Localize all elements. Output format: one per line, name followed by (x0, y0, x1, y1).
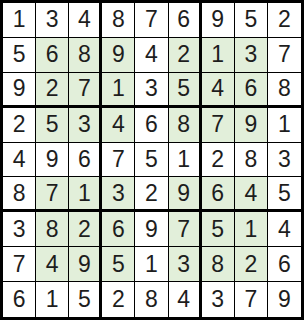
cell-r4c1: 2 (3, 108, 36, 143)
cell-r9c9: 9 (268, 282, 301, 317)
cell-r6c6: 9 (169, 177, 202, 212)
cell-r4c4: 4 (102, 108, 135, 143)
cell-r4c7: 7 (202, 108, 235, 143)
cell-r2c1: 5 (3, 38, 36, 73)
cell-r7c6: 7 (169, 212, 202, 247)
cell-r4c5: 6 (135, 108, 168, 143)
cell-r3c1: 9 (3, 73, 36, 108)
cell-r9c3: 5 (69, 282, 102, 317)
cell-r5c7: 2 (202, 143, 235, 178)
cell-r2c3: 8 (69, 38, 102, 73)
cell-r1c5: 7 (135, 3, 168, 38)
cell-r7c9: 4 (268, 212, 301, 247)
cell-r3c5: 3 (135, 73, 168, 108)
cell-r4c8: 9 (235, 108, 268, 143)
cell-r2c8: 3 (235, 38, 268, 73)
cell-r3c9: 8 (268, 73, 301, 108)
cell-r9c6: 4 (169, 282, 202, 317)
cell-r6c5: 2 (135, 177, 168, 212)
cell-r6c7: 6 (202, 177, 235, 212)
cell-r8c7: 8 (202, 247, 235, 282)
cell-r8c5: 1 (135, 247, 168, 282)
cell-r7c2: 8 (36, 212, 69, 247)
cell-r1c9: 2 (268, 3, 301, 38)
cell-r6c4: 3 (102, 177, 135, 212)
cell-r9c7: 3 (202, 282, 235, 317)
cell-r1c2: 3 (36, 3, 69, 38)
cell-r6c9: 5 (268, 177, 301, 212)
cell-r1c6: 6 (169, 3, 202, 38)
cell-r9c5: 8 (135, 282, 168, 317)
cell-r1c4: 8 (102, 3, 135, 38)
cell-r7c8: 1 (235, 212, 268, 247)
cell-r6c2: 7 (36, 177, 69, 212)
cell-r7c4: 6 (102, 212, 135, 247)
cell-r5c9: 3 (268, 143, 301, 178)
cell-r1c3: 4 (69, 3, 102, 38)
cell-r2c9: 7 (268, 38, 301, 73)
cell-r4c6: 8 (169, 108, 202, 143)
cell-r8c1: 7 (3, 247, 36, 282)
cell-r8c6: 3 (169, 247, 202, 282)
cell-r5c1: 4 (3, 143, 36, 178)
cell-r5c5: 5 (135, 143, 168, 178)
cell-r8c9: 6 (268, 247, 301, 282)
cell-r9c2: 1 (36, 282, 69, 317)
cell-r2c5: 4 (135, 38, 168, 73)
cell-r4c9: 1 (268, 108, 301, 143)
cell-r7c7: 5 (202, 212, 235, 247)
cell-r8c3: 9 (69, 247, 102, 282)
cell-r7c3: 2 (69, 212, 102, 247)
cell-r5c4: 7 (102, 143, 135, 178)
cell-r9c1: 6 (3, 282, 36, 317)
cell-r4c3: 3 (69, 108, 102, 143)
cell-r5c8: 8 (235, 143, 268, 178)
cell-r8c2: 4 (36, 247, 69, 282)
cell-r2c2: 6 (36, 38, 69, 73)
cell-r1c1: 1 (3, 3, 36, 38)
cell-r1c7: 9 (202, 3, 235, 38)
cell-r3c8: 6 (235, 73, 268, 108)
cell-r3c3: 7 (69, 73, 102, 108)
cell-r8c8: 2 (235, 247, 268, 282)
cell-r2c7: 1 (202, 38, 235, 73)
cell-r3c2: 2 (36, 73, 69, 108)
cell-r1c8: 5 (235, 3, 268, 38)
cell-r7c1: 3 (3, 212, 36, 247)
cell-r5c3: 6 (69, 143, 102, 178)
cell-r6c1: 8 (3, 177, 36, 212)
cell-r7c5: 9 (135, 212, 168, 247)
cell-r2c4: 9 (102, 38, 135, 73)
cell-r3c6: 5 (169, 73, 202, 108)
cell-r6c3: 1 (69, 177, 102, 212)
cell-r6c8: 4 (235, 177, 268, 212)
cell-r2c6: 2 (169, 38, 202, 73)
cell-r4c2: 5 (36, 108, 69, 143)
cell-r9c8: 7 (235, 282, 268, 317)
cell-r3c4: 1 (102, 73, 135, 108)
cell-r9c4: 2 (102, 282, 135, 317)
cell-r5c6: 1 (169, 143, 202, 178)
cell-r8c4: 5 (102, 247, 135, 282)
cell-r3c7: 4 (202, 73, 235, 108)
sudoku-board: 1348769525689421379271354682534687914967… (0, 0, 304, 320)
cell-r5c2: 9 (36, 143, 69, 178)
